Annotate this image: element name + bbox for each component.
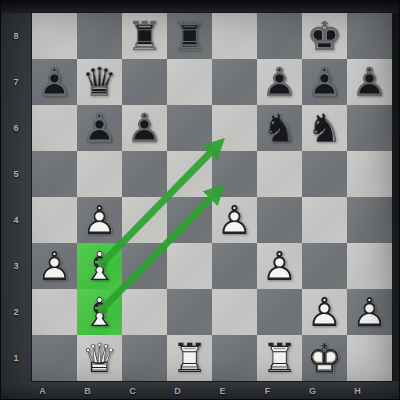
chess-analysis-board: ♜♖♜♖♚♔♟♙♛♕♟♙♟♙♟♙♟♙♟♙♞♘♞♘♟♙♟♙♟♙♝♗♟♙♝♗♟♙♟♙…	[0, 0, 400, 400]
square-b4[interactable]: ♟♙	[77, 197, 122, 243]
square-g2[interactable]: ♟♙	[302, 289, 347, 335]
piece-glyph-outline: ♕	[77, 335, 122, 381]
square-c1[interactable]	[122, 335, 167, 381]
piece-glyph-outline: ♗	[77, 243, 122, 289]
square-a1[interactable]	[32, 335, 77, 381]
square-c4[interactable]	[122, 197, 167, 243]
square-d4[interactable]	[167, 197, 212, 243]
white-queen-b1[interactable]: ♛♕	[77, 335, 122, 381]
piece-glyph-outline: ♙	[122, 105, 167, 151]
square-e1[interactable]	[212, 335, 257, 381]
file-label-a: A	[33, 383, 53, 399]
white-rook-f1[interactable]: ♜♖	[257, 335, 302, 381]
black-rook-d8[interactable]: ♜♖	[167, 13, 212, 59]
square-c2[interactable]	[122, 289, 167, 335]
square-g1[interactable]: ♚♔	[302, 335, 347, 381]
square-e5[interactable]	[212, 151, 257, 197]
square-h7[interactable]: ♟♙	[347, 59, 392, 105]
white-pawn-b4[interactable]: ♟♙	[77, 197, 122, 243]
square-a2[interactable]	[32, 289, 77, 335]
rank-label-6: 6	[0, 105, 32, 151]
square-d3[interactable]	[167, 243, 212, 289]
square-h1[interactable]	[347, 335, 392, 381]
file-label-g: G	[303, 383, 323, 399]
black-rook-c8[interactable]: ♜♖	[122, 13, 167, 59]
square-b1[interactable]: ♛♕	[77, 335, 122, 381]
rank-label-7: 7	[0, 59, 32, 105]
square-g8[interactable]: ♚♔	[302, 13, 347, 59]
square-f4[interactable]	[257, 197, 302, 243]
square-d6[interactable]	[167, 105, 212, 151]
piece-glyph-outline: ♖	[257, 335, 302, 381]
piece-glyph-outline: ♙	[347, 289, 392, 335]
piece-glyph-outline: ♙	[77, 105, 122, 151]
square-d2[interactable]	[167, 289, 212, 335]
square-h8[interactable]	[347, 13, 392, 59]
square-f5[interactable]	[257, 151, 302, 197]
white-bishop-b2[interactable]: ♝♗	[77, 289, 122, 335]
white-pawn-g2[interactable]: ♟♙	[302, 289, 347, 335]
square-d1[interactable]: ♜♖	[167, 335, 212, 381]
square-a8[interactable]	[32, 13, 77, 59]
white-bishop-b3[interactable]: ♝♗	[77, 243, 122, 289]
black-pawn-h7[interactable]: ♟♙	[347, 59, 392, 105]
piece-glyph-outline: ♔	[302, 13, 347, 59]
board-frame-top	[0, 0, 400, 13]
square-e8[interactable]	[212, 13, 257, 59]
square-c5[interactable]	[122, 151, 167, 197]
square-a6[interactable]	[32, 105, 77, 151]
square-f6[interactable]: ♞♘	[257, 105, 302, 151]
square-h4[interactable]	[347, 197, 392, 243]
rank-label-8: 8	[0, 13, 32, 59]
file-label-b: B	[78, 383, 98, 399]
black-pawn-f7[interactable]: ♟♙	[257, 59, 302, 105]
square-b8[interactable]	[77, 13, 122, 59]
black-king-g8[interactable]: ♚♔	[302, 13, 347, 59]
square-f1[interactable]: ♜♖	[257, 335, 302, 381]
file-labels: ABCDEFGH	[32, 383, 392, 399]
square-g6[interactable]: ♞♘	[302, 105, 347, 151]
black-knight-g6[interactable]: ♞♘	[302, 105, 347, 151]
file-label-d: D	[168, 383, 188, 399]
file-label-c: C	[123, 383, 143, 399]
square-d8[interactable]: ♜♖	[167, 13, 212, 59]
rank-label-1: 1	[0, 335, 32, 381]
file-label-f: F	[258, 383, 278, 399]
piece-glyph-outline: ♗	[77, 289, 122, 335]
file-label-h: H	[348, 383, 368, 399]
piece-glyph-outline: ♔	[302, 335, 347, 381]
square-f8[interactable]	[257, 13, 302, 59]
white-king-g1[interactable]: ♚♔	[302, 335, 347, 381]
square-a4[interactable]	[32, 197, 77, 243]
black-pawn-g7[interactable]: ♟♙	[302, 59, 347, 105]
square-g3[interactable]	[302, 243, 347, 289]
square-b3[interactable]: ♝♗	[77, 243, 122, 289]
square-a3[interactable]: ♟♙	[32, 243, 77, 289]
square-d7[interactable]	[167, 59, 212, 105]
black-knight-f6[interactable]: ♞♘	[257, 105, 302, 151]
square-b7[interactable]: ♛♕	[77, 59, 122, 105]
piece-glyph-outline: ♙	[257, 59, 302, 105]
piece-glyph-outline: ♙	[32, 243, 77, 289]
piece-glyph-outline: ♘	[302, 105, 347, 151]
square-b5[interactable]	[77, 151, 122, 197]
piece-glyph-outline: ♙	[302, 289, 347, 335]
white-pawn-e4[interactable]: ♟♙	[212, 197, 257, 243]
square-d5[interactable]	[167, 151, 212, 197]
square-c8[interactable]: ♜♖	[122, 13, 167, 59]
square-c3[interactable]	[122, 243, 167, 289]
square-b6[interactable]: ♟♙	[77, 105, 122, 151]
piece-glyph-outline: ♖	[167, 13, 212, 59]
file-label-e: E	[213, 383, 233, 399]
piece-glyph-outline: ♖	[167, 335, 212, 381]
rank-label-2: 2	[0, 289, 32, 335]
square-e6[interactable]	[212, 105, 257, 151]
piece-glyph-outline: ♙	[347, 59, 392, 105]
black-queen-b7[interactable]: ♛♕	[77, 59, 122, 105]
square-f3[interactable]: ♟♙	[257, 243, 302, 289]
board-bevel-line	[31, 381, 393, 382]
rank-label-5: 5	[0, 151, 32, 197]
rank-label-4: 4	[0, 197, 32, 243]
square-e4[interactable]: ♟♙	[212, 197, 257, 243]
white-pawn-f3[interactable]: ♟♙	[257, 243, 302, 289]
square-e7[interactable]	[212, 59, 257, 105]
square-g4[interactable]	[302, 197, 347, 243]
rank-labels: 87654321	[0, 13, 32, 381]
square-g5[interactable]	[302, 151, 347, 197]
square-h5[interactable]	[347, 151, 392, 197]
piece-glyph-outline: ♕	[77, 59, 122, 105]
board: ♜♖♜♖♚♔♟♙♛♕♟♙♟♙♟♙♟♙♟♙♞♘♞♘♟♙♟♙♟♙♝♗♟♙♝♗♟♙♟♙…	[32, 13, 392, 381]
square-f2[interactable]	[257, 289, 302, 335]
square-h6[interactable]	[347, 105, 392, 151]
square-f7[interactable]: ♟♙	[257, 59, 302, 105]
square-b2[interactable]: ♝♗	[77, 289, 122, 335]
rank-label-3: 3	[0, 243, 32, 289]
square-g7[interactable]: ♟♙	[302, 59, 347, 105]
piece-glyph-outline: ♙	[302, 59, 347, 105]
piece-glyph-outline: ♙	[32, 59, 77, 105]
square-a5[interactable]	[32, 151, 77, 197]
piece-glyph-outline: ♙	[77, 197, 122, 243]
square-h2[interactable]: ♟♙	[347, 289, 392, 335]
white-rook-d1[interactable]: ♜♖	[167, 335, 212, 381]
black-pawn-b6[interactable]: ♟♙	[77, 105, 122, 151]
piece-glyph-outline: ♙	[212, 197, 257, 243]
square-a7[interactable]: ♟♙	[32, 59, 77, 105]
piece-glyph-outline: ♘	[257, 105, 302, 151]
black-pawn-a7[interactable]: ♟♙	[32, 59, 77, 105]
piece-glyph-outline: ♙	[257, 243, 302, 289]
white-pawn-a3[interactable]: ♟♙	[32, 243, 77, 289]
square-h3[interactable]	[347, 243, 392, 289]
square-c7[interactable]	[122, 59, 167, 105]
square-e2[interactable]	[212, 289, 257, 335]
board-frame-right	[392, 0, 400, 400]
square-c6[interactable]: ♟♙	[122, 105, 167, 151]
square-e3[interactable]	[212, 243, 257, 289]
piece-glyph-outline: ♖	[122, 13, 167, 59]
black-pawn-c6[interactable]: ♟♙	[122, 105, 167, 151]
white-pawn-h2[interactable]: ♟♙	[347, 289, 392, 335]
